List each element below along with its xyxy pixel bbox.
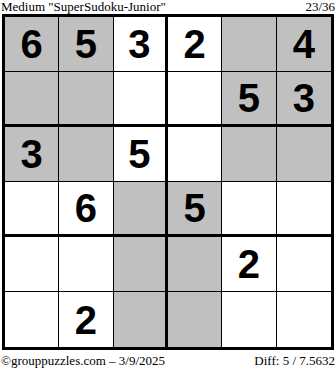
copyright-text: ©grouppuzzles.com – 3/9/2025 [0,354,165,367]
given-digit: 2 [184,24,206,64]
given-digit: 5 [75,24,97,64]
cell-r6c2[interactable]: 2 [59,292,113,347]
cell-r2c1[interactable] [5,72,59,127]
cell-r4c2[interactable]: 6 [59,182,113,237]
cell-r5c1[interactable] [5,237,59,292]
cell-r1c2[interactable]: 5 [59,17,113,72]
given-digit: 6 [75,188,97,228]
difficulty-text: Diff: 5 / 7.5632 [254,354,336,367]
cell-r1c3[interactable]: 3 [114,17,168,72]
cell-r4c6[interactable] [277,182,331,237]
board: 6532453356522 [2,14,334,350]
cell-r3c3[interactable]: 5 [114,127,168,182]
given-digit: 3 [21,134,43,174]
given-digit: 3 [128,24,150,64]
cell-r2c2[interactable] [59,72,113,127]
given-digit: 6 [21,24,43,64]
cell-r3c5[interactable] [222,127,276,182]
given-digit: 5 [128,134,150,174]
cell-r4c1[interactable] [5,182,59,237]
cell-r2c3[interactable] [114,72,168,127]
cell-r6c5[interactable] [222,292,276,347]
given-digit: 3 [293,78,315,118]
given-digit: 2 [75,300,97,340]
given-digit: 4 [293,24,315,64]
given-digit: 2 [238,244,260,284]
cell-r3c2[interactable] [59,127,113,182]
given-digit: 5 [184,188,206,228]
cell-r3c4[interactable] [168,127,222,182]
cell-r5c6[interactable] [277,237,331,292]
cell-r2c4[interactable] [168,72,222,127]
cell-r2c5[interactable]: 5 [222,72,276,127]
cell-r3c1[interactable]: 3 [5,127,59,182]
cell-r1c5[interactable] [222,17,276,72]
cell-r5c4[interactable] [168,237,222,292]
cell-r6c1[interactable] [5,292,59,347]
cell-r6c4[interactable] [168,292,222,347]
puzzle-count: 23/36 [305,0,336,13]
cell-r5c3[interactable] [114,237,168,292]
cell-r1c6[interactable]: 4 [277,17,331,72]
cell-r4c5[interactable] [222,182,276,237]
cell-r5c2[interactable] [59,237,113,292]
puzzle-title: Medium "SuperSudoku-Junior" [0,0,166,13]
cell-r5c5[interactable]: 2 [222,237,276,292]
footer: ©grouppuzzles.com – 3/9/2025 Diff: 5 / 7… [0,351,336,370]
cell-r4c3[interactable] [114,182,168,237]
cell-r6c3[interactable] [114,292,168,347]
cell-r2c6[interactable]: 3 [277,72,331,127]
cell-r1c1[interactable]: 6 [5,17,59,72]
cell-r4c4[interactable]: 5 [168,182,222,237]
cell-r3c6[interactable] [277,127,331,182]
cell-r1c4[interactable]: 2 [168,17,222,72]
given-digit: 5 [238,78,260,118]
header: Medium "SuperSudoku-Junior" 23/36 [0,0,336,14]
cell-r6c6[interactable] [277,292,331,347]
